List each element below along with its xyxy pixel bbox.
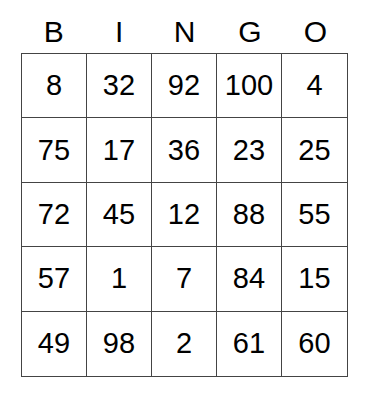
header-letter-n: N: [152, 12, 217, 52]
bingo-cell[interactable]: 98: [87, 312, 152, 376]
bingo-cell[interactable]: 4: [282, 54, 347, 118]
bingo-cell[interactable]: 100: [217, 54, 282, 118]
bingo-cell[interactable]: 2: [152, 312, 217, 376]
bingo-cell[interactable]: 1: [87, 247, 152, 311]
bingo-cell[interactable]: 32: [87, 54, 152, 118]
bingo-cell[interactable]: 49: [22, 312, 87, 376]
bingo-cell[interactable]: 55: [282, 183, 347, 247]
bingo-cell[interactable]: 57: [22, 247, 87, 311]
bingo-cell[interactable]: 15: [282, 247, 347, 311]
header-letter-b: B: [21, 12, 86, 52]
bingo-cell[interactable]: 23: [217, 118, 282, 182]
bingo-cell[interactable]: 12: [152, 183, 217, 247]
bingo-cell[interactable]: 8: [22, 54, 87, 118]
bingo-cell[interactable]: 60: [282, 312, 347, 376]
bingo-cell[interactable]: 92: [152, 54, 217, 118]
bingo-cell[interactable]: 25: [282, 118, 347, 182]
header-letter-o: O: [283, 12, 348, 52]
bingo-cell[interactable]: 36: [152, 118, 217, 182]
bingo-cell[interactable]: 75: [22, 118, 87, 182]
bingo-cell[interactable]: 7: [152, 247, 217, 311]
bingo-card: B I N G O 8 32 92 100 4 75 17 36 23 25 7…: [0, 0, 368, 400]
header-letter-g: G: [217, 12, 282, 52]
bingo-header: B I N G O: [21, 12, 348, 52]
bingo-cell[interactable]: 61: [217, 312, 282, 376]
bingo-cell[interactable]: 84: [217, 247, 282, 311]
bingo-cell[interactable]: 72: [22, 183, 87, 247]
bingo-cell[interactable]: 17: [87, 118, 152, 182]
bingo-grid: 8 32 92 100 4 75 17 36 23 25 72 45 12 88…: [21, 53, 348, 377]
bingo-cell[interactable]: 45: [87, 183, 152, 247]
header-letter-i: I: [86, 12, 151, 52]
bingo-cell[interactable]: 88: [217, 183, 282, 247]
